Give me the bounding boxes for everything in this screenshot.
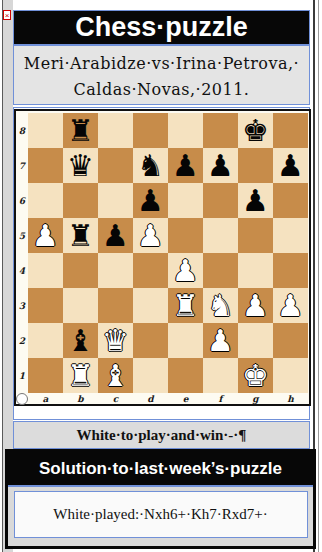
white-rook-b1: ♜ [67, 358, 94, 393]
white-queen-c2: ♛ [102, 323, 129, 358]
square-g6[interactable]: ♟ [238, 183, 273, 218]
square-h7[interactable]: ♟ [273, 148, 308, 183]
square-a5[interactable]: ♟ [28, 218, 63, 253]
square-e3[interactable]: ♜ [168, 288, 203, 323]
square-c3[interactable] [98, 288, 133, 323]
square-c6[interactable] [98, 183, 133, 218]
square-d8[interactable] [133, 113, 168, 148]
white-pawn-a5: ♟ [32, 218, 59, 253]
rank-label-1: 1 [16, 358, 28, 393]
square-f6[interactable] [203, 183, 238, 218]
file-label-g: g [238, 393, 273, 404]
square-c5[interactable]: ♟ [98, 218, 133, 253]
square-h2[interactable] [273, 323, 308, 358]
square-a1[interactable] [28, 358, 63, 393]
square-f4[interactable] [203, 253, 238, 288]
white-king-g1: ♚ [242, 358, 269, 393]
square-a7[interactable] [28, 148, 63, 183]
solution-section: Solution·to·last·week’s·puzzle White·pla… [5, 449, 316, 549]
square-g1[interactable]: ♚ [238, 358, 273, 393]
square-a8[interactable] [28, 113, 63, 148]
square-d5[interactable]: ♟ [133, 218, 168, 253]
puzzle-prompt-box: White·to·play·and·win·-·¶ [13, 421, 310, 449]
square-f1[interactable] [203, 358, 238, 393]
black-pawn-g6: ♟ [242, 183, 269, 218]
square-e7[interactable]: ♟ [168, 148, 203, 183]
square-b5[interactable]: ♜ [63, 218, 98, 253]
white-to-move-indicator [16, 393, 28, 404]
square-g4[interactable] [238, 253, 273, 288]
black-pawn-d6: ♟ [137, 183, 164, 218]
rank-label-2: 2 [16, 323, 28, 358]
square-h8[interactable] [273, 113, 308, 148]
square-a6[interactable] [28, 183, 63, 218]
file-label-d: d [133, 393, 168, 404]
event-line: Caldas·Novas,·2011. [14, 77, 309, 103]
white-knight-f3: ♞ [207, 288, 234, 323]
square-e8[interactable] [168, 113, 203, 148]
square-a2[interactable] [28, 323, 63, 358]
solution-banner-label: Solution·to·last·week’s·puzzle [39, 459, 282, 479]
square-b4[interactable] [63, 253, 98, 288]
square-h4[interactable] [273, 253, 308, 288]
white-to-move-circle-icon [16, 393, 28, 405]
square-c1[interactable]: ♝ [98, 358, 133, 393]
black-queen-b7: ♛ [67, 148, 94, 183]
black-pawn-h7: ♟ [277, 148, 304, 183]
square-g8[interactable]: ♚ [238, 113, 273, 148]
square-b8[interactable]: ♜ [63, 113, 98, 148]
square-h3[interactable]: ♟ [273, 288, 308, 323]
file-label-c: c [98, 393, 133, 404]
square-e6[interactable] [168, 183, 203, 218]
square-a3[interactable] [28, 288, 63, 323]
file-label-b: b [63, 393, 98, 404]
square-d7[interactable]: ♞ [133, 148, 168, 183]
board-box: 8♜♚7♛♞♟♟♟6♟♟5♟♜♟♟4♟3♜♞♟♟2♝♛♟1♜♝♚abcdefgh [13, 107, 310, 420]
square-c7[interactable] [98, 148, 133, 183]
white-pawn-d5: ♟ [137, 218, 164, 253]
square-b1[interactable]: ♜ [63, 358, 98, 393]
rank-label-8: 8 [16, 113, 28, 148]
rank-label-4: 4 [16, 253, 28, 288]
square-g5[interactable] [238, 218, 273, 253]
black-pawn-c5: ♟ [102, 218, 129, 253]
white-rook-e3: ♜ [172, 288, 199, 323]
chess-board[interactable]: 8♜♚7♛♞♟♟♟6♟♟5♟♜♟♟4♟3♜♞♟♟2♝♛♟1♜♝♚abcdefgh [14, 109, 311, 406]
black-rook-b5: ♜ [67, 218, 94, 253]
rank-label-7: 7 [16, 148, 28, 183]
square-c4[interactable] [98, 253, 133, 288]
square-g2[interactable] [238, 323, 273, 358]
square-f2[interactable]: ♟ [203, 323, 238, 358]
square-f5[interactable] [203, 218, 238, 253]
file-label-h: h [273, 393, 308, 404]
square-f7[interactable]: ♟ [203, 148, 238, 183]
black-pawn-e7: ♟ [172, 148, 199, 183]
file-label-e: e [168, 393, 203, 404]
white-pawn-g3: ♟ [242, 288, 269, 323]
square-e5[interactable] [168, 218, 203, 253]
square-e4[interactable]: ♟ [168, 253, 203, 288]
square-d4[interactable] [133, 253, 168, 288]
square-g3[interactable]: ♟ [238, 288, 273, 323]
subtitle-box: Meri·Arabidze·vs·Irina·Petrova,· Caldas·… [13, 45, 310, 105]
square-b2[interactable]: ♝ [63, 323, 98, 358]
solution-banner: Solution·to·last·week’s·puzzle [8, 452, 313, 487]
square-d2[interactable] [133, 323, 168, 358]
black-knight-d7: ♞ [137, 148, 164, 183]
white-pawn-e4: ♟ [172, 253, 199, 288]
square-h1[interactable] [273, 358, 308, 393]
square-g7[interactable] [238, 148, 273, 183]
file-label-f: f [203, 393, 238, 404]
black-pawn-f7: ♟ [207, 148, 234, 183]
rank-label-5: 5 [16, 218, 28, 253]
square-e1[interactable] [168, 358, 203, 393]
black-king-g8: ♚ [242, 113, 269, 148]
black-rook-b8: ♜ [67, 113, 94, 148]
square-c2[interactable]: ♛ [98, 323, 133, 358]
page-right-edge [318, 0, 319, 552]
square-b6[interactable] [63, 183, 98, 218]
page-title: Chess·puzzle [75, 12, 248, 43]
square-d3[interactable] [133, 288, 168, 323]
square-h5[interactable] [273, 218, 308, 253]
white-bishop-c1: ♝ [102, 358, 129, 393]
square-d6[interactable]: ♟ [133, 183, 168, 218]
square-h6[interactable] [273, 183, 308, 218]
rank-label-6: 6 [16, 183, 28, 218]
puzzle-prompt: White·to·play·and·win·-·¶ [77, 427, 247, 444]
solution-text: White·played:·Nxh6+·Kh7·Rxd7+· [53, 506, 267, 523]
solution-text-box: White·played:·Nxh6+·Kh7·Rxd7+· [14, 491, 308, 538]
square-b7[interactable]: ♛ [63, 148, 98, 183]
square-f3[interactable]: ♞ [203, 288, 238, 323]
broken-image-icon: × [3, 10, 11, 20]
white-pawn-f2: ♟ [207, 323, 234, 358]
file-label-a: a [28, 393, 63, 404]
square-b3[interactable] [63, 288, 98, 323]
square-c8[interactable] [98, 113, 133, 148]
square-f8[interactable] [203, 113, 238, 148]
square-d1[interactable] [133, 358, 168, 393]
rank-label-3: 3 [16, 288, 28, 323]
white-pawn-h3: ♟ [277, 288, 304, 323]
title-banner: Chess·puzzle [13, 10, 310, 45]
square-a4[interactable] [28, 253, 63, 288]
black-bishop-b2: ♝ [67, 323, 94, 358]
players-line: Meri·Arabidze·vs·Irina·Petrova,· [14, 51, 309, 77]
square-e2[interactable] [168, 323, 203, 358]
